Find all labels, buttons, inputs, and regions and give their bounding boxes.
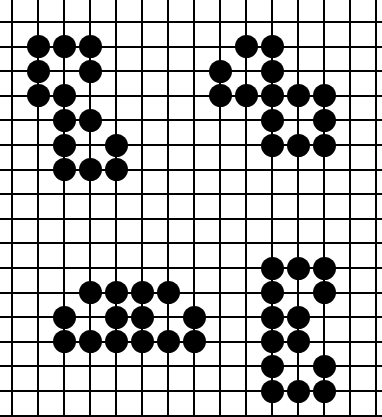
grid-horizontal-line	[0, 242, 382, 244]
black-stone[interactable]	[313, 281, 336, 304]
grid-vertical-line	[375, 0, 377, 417]
black-stone[interactable]	[261, 109, 284, 132]
black-stone[interactable]	[287, 84, 310, 107]
black-stone[interactable]	[313, 380, 336, 403]
black-stone[interactable]	[313, 134, 336, 157]
black-stone[interactable]	[287, 306, 310, 329]
black-stone[interactable]	[261, 35, 284, 58]
black-stone[interactable]	[79, 109, 102, 132]
grid-vertical-line	[141, 0, 143, 417]
black-stone[interactable]	[79, 60, 102, 83]
black-stone[interactable]	[313, 109, 336, 132]
black-stone[interactable]	[53, 134, 76, 157]
black-stone[interactable]	[261, 257, 284, 280]
black-stone[interactable]	[157, 281, 180, 304]
black-stone[interactable]	[261, 380, 284, 403]
black-stone[interactable]	[105, 330, 128, 353]
black-stone[interactable]	[261, 355, 284, 378]
black-stone[interactable]	[79, 158, 102, 181]
black-stone[interactable]	[27, 35, 50, 58]
black-stone[interactable]	[105, 134, 128, 157]
black-stone[interactable]	[209, 84, 232, 107]
grid-vertical-line	[349, 0, 351, 417]
black-stone[interactable]	[183, 306, 206, 329]
black-stone[interactable]	[261, 306, 284, 329]
black-stone[interactable]	[53, 158, 76, 181]
black-stone[interactable]	[287, 380, 310, 403]
black-stone[interactable]	[53, 35, 76, 58]
black-stone[interactable]	[287, 257, 310, 280]
black-stone[interactable]	[287, 134, 310, 157]
black-stone[interactable]	[53, 109, 76, 132]
grid-horizontal-line	[0, 21, 382, 23]
grid-vertical-line	[245, 0, 247, 417]
grid-vertical-line	[193, 0, 195, 417]
black-stone[interactable]	[53, 84, 76, 107]
black-stone[interactable]	[157, 330, 180, 353]
black-stone[interactable]	[261, 84, 284, 107]
black-stone[interactable]	[183, 330, 206, 353]
black-stone[interactable]	[235, 35, 258, 58]
board	[0, 0, 382, 417]
black-stone[interactable]	[261, 281, 284, 304]
black-stone[interactable]	[313, 84, 336, 107]
black-stone[interactable]	[105, 158, 128, 181]
black-stone[interactable]	[261, 60, 284, 83]
grid-horizontal-line	[0, 218, 382, 220]
black-stone[interactable]	[261, 134, 284, 157]
grid-vertical-line	[297, 0, 299, 417]
grid-vertical-line	[115, 0, 117, 417]
black-stone[interactable]	[79, 330, 102, 353]
black-stone[interactable]	[27, 60, 50, 83]
black-stone[interactable]	[131, 330, 154, 353]
black-stone[interactable]	[53, 306, 76, 329]
grid-vertical-line	[11, 0, 13, 417]
black-stone[interactable]	[261, 330, 284, 353]
black-stone[interactable]	[209, 60, 232, 83]
black-stone[interactable]	[131, 281, 154, 304]
black-stone[interactable]	[79, 35, 102, 58]
black-stone[interactable]	[79, 281, 102, 304]
grid-vertical-line	[63, 0, 65, 417]
black-stone[interactable]	[105, 281, 128, 304]
black-stone[interactable]	[235, 84, 258, 107]
black-stone[interactable]	[131, 306, 154, 329]
grid-horizontal-line	[0, 193, 382, 195]
grid-horizontal-line	[0, 70, 382, 72]
black-stone[interactable]	[313, 257, 336, 280]
black-stone[interactable]	[53, 330, 76, 353]
black-stone[interactable]	[313, 355, 336, 378]
black-stone[interactable]	[27, 84, 50, 107]
black-stone[interactable]	[287, 330, 310, 353]
grid-vertical-line	[167, 0, 169, 417]
black-stone[interactable]	[105, 306, 128, 329]
